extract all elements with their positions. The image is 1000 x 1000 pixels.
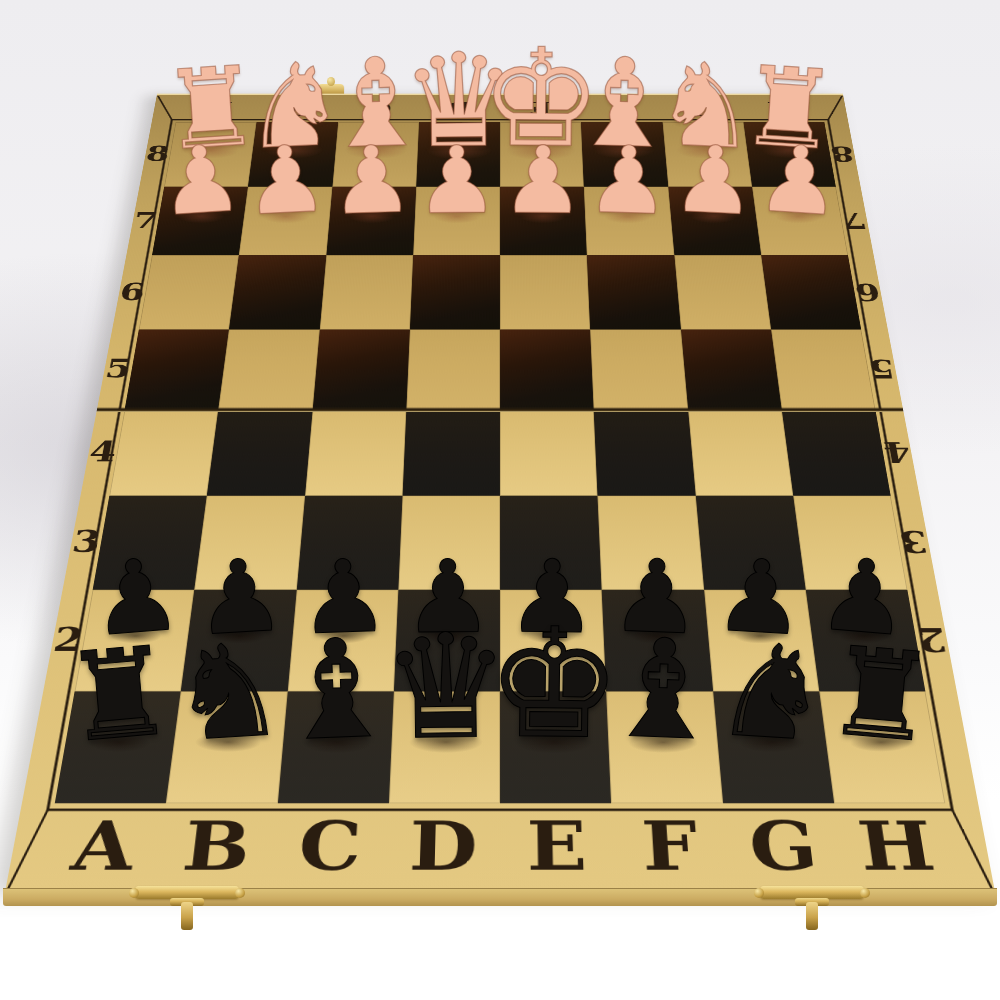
square-d8 [416, 122, 500, 186]
latch-knob [129, 888, 139, 898]
photo-background: ABCDEFGHABCDEFGH88776655443322 ♜♞♝♛♚♝♞♜♟… [0, 0, 1000, 1000]
square-f4 [594, 409, 696, 495]
square-e6 [500, 255, 590, 329]
square-a4 [109, 409, 218, 495]
rank-label-right-8: 8 [828, 140, 858, 168]
file-label-bottom-f: F [611, 805, 730, 892]
file-label-top-h: H [740, 95, 825, 122]
latch-tongue [806, 902, 818, 930]
file-label-bottom-d: D [385, 805, 500, 892]
square-c2 [287, 590, 398, 692]
square-g3 [695, 496, 805, 590]
rank-label-left-7: 7 [130, 205, 161, 235]
square-c5 [312, 329, 409, 409]
file-label-top-d: D [419, 95, 500, 122]
square-b7 [239, 186, 332, 255]
square-c6 [319, 255, 413, 329]
square-g1 [713, 692, 834, 804]
latch-knob [754, 888, 764, 898]
latch-knob [235, 888, 245, 898]
square-f6 [587, 255, 681, 329]
rank-label-right-3: 3 [895, 521, 932, 562]
square-h1 [819, 692, 945, 804]
square-g8 [662, 122, 752, 186]
square-a8 [164, 122, 256, 186]
square-b6 [229, 255, 326, 329]
square-b2 [181, 590, 296, 692]
chess-board: ABCDEFGHABCDEFGH88776655443322 [5, 94, 995, 892]
file-label-bottom-c: C [270, 805, 389, 892]
rank-label-right-5: 5 [865, 351, 899, 386]
square-g4 [688, 409, 793, 495]
square-e5 [500, 329, 594, 409]
square-h8 [743, 122, 835, 186]
file-label-bottom-g: G [723, 805, 846, 892]
square-h3 [793, 496, 907, 590]
square-d5 [406, 329, 500, 409]
square-c4 [305, 409, 407, 495]
file-label-bottom-h: H [834, 805, 961, 892]
square-b8 [248, 122, 338, 186]
latch-tongue [181, 902, 193, 930]
file-label-top-c: C [338, 95, 420, 122]
square-f7 [584, 186, 674, 255]
square-a2 [75, 590, 195, 692]
square-h5 [771, 329, 875, 409]
rank-label-right-2: 2 [912, 617, 951, 662]
square-e4 [500, 409, 598, 495]
square-d1 [389, 692, 500, 804]
square-g2 [704, 590, 819, 692]
square-e2 [500, 590, 606, 692]
square-h4 [782, 409, 891, 495]
square-d6 [410, 255, 500, 329]
square-c8 [332, 122, 419, 186]
square-d4 [402, 409, 500, 495]
square-f5 [590, 329, 687, 409]
square-f1 [606, 692, 722, 804]
square-a6 [139, 255, 239, 329]
square-c1 [277, 692, 393, 804]
latch-icon-right [754, 884, 870, 936]
square-a3 [93, 496, 207, 590]
file-label-top-g: G [660, 95, 744, 122]
hinge-pin-icon [697, 81, 705, 90]
square-d2 [394, 590, 500, 692]
square-g5 [681, 329, 782, 409]
hinge-pin-icon [327, 77, 335, 86]
square-b5 [218, 329, 319, 409]
square-e3 [500, 496, 602, 590]
latch-knob [860, 888, 870, 898]
square-e7 [500, 186, 587, 255]
file-label-top-a: A [176, 95, 261, 122]
square-f3 [598, 496, 704, 590]
file-label-bottom-b: B [154, 805, 277, 892]
rank-label-right-7: 7 [839, 205, 870, 235]
square-g7 [668, 186, 761, 255]
file-label-top-f: F [580, 95, 662, 122]
rank-label-right-6: 6 [852, 275, 884, 308]
rank-label-right-4: 4 [880, 433, 915, 471]
file-label-top-b: B [257, 95, 341, 122]
square-a1 [55, 692, 181, 804]
file-label-bottom-a: A [39, 805, 166, 892]
square-f8 [581, 122, 668, 186]
square-e8 [500, 122, 584, 186]
file-label-top-e: E [500, 95, 581, 122]
square-h6 [761, 255, 861, 329]
square-a5 [125, 329, 229, 409]
square-c3 [296, 496, 402, 590]
latch-icon-left [129, 884, 245, 936]
square-h7 [752, 186, 848, 255]
board-grid [55, 122, 946, 803]
square-c7 [326, 186, 416, 255]
square-d3 [398, 496, 500, 590]
square-e1 [500, 692, 611, 804]
square-a7 [152, 186, 248, 255]
square-f2 [602, 590, 713, 692]
square-b4 [207, 409, 312, 495]
square-h2 [806, 590, 926, 692]
square-g6 [674, 255, 771, 329]
file-label-bottom-e: E [500, 805, 615, 892]
square-b1 [166, 692, 287, 804]
square-d7 [413, 186, 500, 255]
rank-label-left-8: 8 [143, 140, 173, 168]
square-b3 [194, 496, 304, 590]
